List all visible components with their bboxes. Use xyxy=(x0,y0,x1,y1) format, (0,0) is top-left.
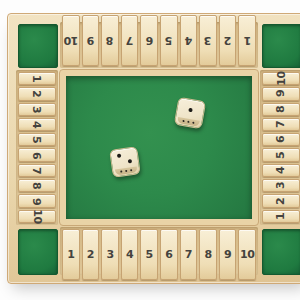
corner-felt-top-right xyxy=(262,24,300,68)
tile-tray-left: 12345678910 xyxy=(16,70,58,225)
tile-tray-bottom: 12345678910 xyxy=(60,227,258,275)
die-front-pip xyxy=(182,120,184,122)
corner-bottom-left xyxy=(16,227,58,275)
die-front-pip xyxy=(187,121,189,123)
tile-number: 2 xyxy=(276,197,287,204)
tile-number: 10 xyxy=(32,209,43,223)
tile-number: 3 xyxy=(32,106,43,113)
tile-number: 8 xyxy=(204,249,211,260)
tile-number: 3 xyxy=(106,249,113,260)
tile-bottom-3[interactable]: 3 xyxy=(101,229,119,280)
tile-number: 7 xyxy=(126,35,133,46)
tile-right-7[interactable]: 7 xyxy=(262,118,300,131)
tile-right-9[interactable]: 9 xyxy=(262,87,300,100)
tile-right-3[interactable]: 3 xyxy=(262,179,300,192)
tile-right-4[interactable]: 4 xyxy=(262,164,300,177)
tile-number: 1 xyxy=(244,35,251,46)
tile-right-2[interactable]: 2 xyxy=(262,194,300,207)
shut-the-box-board: 10987654321 12345678910 10987654321 1234… xyxy=(7,13,300,284)
tile-number: 8 xyxy=(32,182,43,189)
tile-number: 7 xyxy=(276,121,287,128)
tile-number: 5 xyxy=(276,152,287,159)
tile-left-5[interactable]: 5 xyxy=(18,133,56,146)
tile-number: 4 xyxy=(32,121,43,128)
corner-felt-bottom-right xyxy=(262,229,300,275)
corner-bottom-right xyxy=(260,227,300,275)
tile-bottom-4[interactable]: 4 xyxy=(121,229,139,280)
tile-bottom-2[interactable]: 2 xyxy=(82,229,100,280)
tile-bottom-8[interactable]: 8 xyxy=(199,229,217,280)
tile-number: 4 xyxy=(126,249,133,260)
tile-number: 3 xyxy=(276,182,287,189)
die-pip xyxy=(116,153,121,158)
tile-number: 9 xyxy=(224,249,231,260)
corner-top-left xyxy=(16,22,58,68)
tile-left-8[interactable]: 8 xyxy=(18,179,56,192)
tile-top-4[interactable]: 4 xyxy=(180,15,198,66)
tile-number: 9 xyxy=(32,197,43,204)
tile-number: 1 xyxy=(276,213,287,220)
tile-left-6[interactable]: 6 xyxy=(18,148,56,161)
tile-left-3[interactable]: 3 xyxy=(18,103,56,116)
die-front-pip xyxy=(130,169,132,171)
tile-top-6[interactable]: 6 xyxy=(140,15,158,66)
corner-felt-top-left xyxy=(18,24,58,68)
die-2[interactable] xyxy=(109,146,141,178)
tile-number: 6 xyxy=(165,249,172,260)
die-1[interactable] xyxy=(173,97,205,129)
tile-number: 10 xyxy=(64,35,78,46)
tile-number: 5 xyxy=(165,35,172,46)
tile-left-9[interactable]: 9 xyxy=(18,194,56,207)
tile-number: 6 xyxy=(32,152,43,159)
tile-left-4[interactable]: 4 xyxy=(18,118,56,131)
tile-number: 9 xyxy=(87,35,94,46)
tile-top-9[interactable]: 9 xyxy=(82,15,100,66)
tile-top-2[interactable]: 2 xyxy=(219,15,237,66)
tile-number: 2 xyxy=(224,35,231,46)
tile-number: 7 xyxy=(185,249,192,260)
tile-number: 4 xyxy=(185,35,192,46)
tile-number: 1 xyxy=(32,75,43,82)
tile-number: 8 xyxy=(276,106,287,113)
tile-number: 7 xyxy=(32,167,43,174)
tile-bottom-9[interactable]: 9 xyxy=(219,229,237,280)
tile-bottom-10[interactable]: 10 xyxy=(238,229,256,280)
die-pip xyxy=(188,107,193,112)
tile-number: 2 xyxy=(32,90,43,97)
tile-number: 9 xyxy=(276,90,287,97)
tile-number: 3 xyxy=(204,35,211,46)
product-photo-scene: 10987654321 12345678910 10987654321 1234… xyxy=(0,0,300,300)
corner-top-right xyxy=(260,22,300,68)
tile-number: 10 xyxy=(276,71,287,85)
tile-bottom-5[interactable]: 5 xyxy=(140,229,158,280)
tile-number: 5 xyxy=(146,249,153,260)
tile-top-7[interactable]: 7 xyxy=(121,15,139,66)
tile-top-10[interactable]: 10 xyxy=(62,15,80,66)
die-front-pip xyxy=(125,169,127,171)
tile-right-1[interactable]: 1 xyxy=(262,210,300,223)
tile-number: 10 xyxy=(240,249,254,260)
tile-number: 2 xyxy=(87,249,94,260)
tile-number: 4 xyxy=(276,167,287,174)
tile-right-6[interactable]: 6 xyxy=(262,133,300,146)
tile-number: 6 xyxy=(146,35,153,46)
tile-right-5[interactable]: 5 xyxy=(262,148,300,161)
tile-bottom-6[interactable]: 6 xyxy=(160,229,178,280)
tile-tray-top: 10987654321 xyxy=(60,22,258,68)
tile-right-10[interactable]: 10 xyxy=(262,72,300,85)
tile-top-8[interactable]: 8 xyxy=(101,15,119,66)
corner-felt-bottom-left xyxy=(18,229,58,275)
tile-number: 6 xyxy=(276,136,287,143)
felt-center xyxy=(60,70,258,225)
tile-left-1[interactable]: 1 xyxy=(18,72,56,85)
die-front-pip xyxy=(120,170,122,172)
tile-tray-right: 10987654321 xyxy=(260,70,300,225)
tile-left-2[interactable]: 2 xyxy=(18,87,56,100)
tile-bottom-1[interactable]: 1 xyxy=(62,229,80,280)
die-pip xyxy=(128,159,133,164)
tile-number: 8 xyxy=(106,35,113,46)
tile-number: 1 xyxy=(67,249,74,260)
tile-number: 5 xyxy=(32,136,43,143)
tile-left-7[interactable]: 7 xyxy=(18,164,56,177)
tile-top-1[interactable]: 1 xyxy=(238,15,256,66)
tile-top-3[interactable]: 3 xyxy=(199,15,217,66)
tile-bottom-7[interactable]: 7 xyxy=(180,229,198,280)
tile-right-8[interactable]: 8 xyxy=(262,103,300,116)
tile-top-5[interactable]: 5 xyxy=(160,15,178,66)
die-front-pip xyxy=(192,121,194,123)
tile-left-10[interactable]: 10 xyxy=(18,210,56,223)
